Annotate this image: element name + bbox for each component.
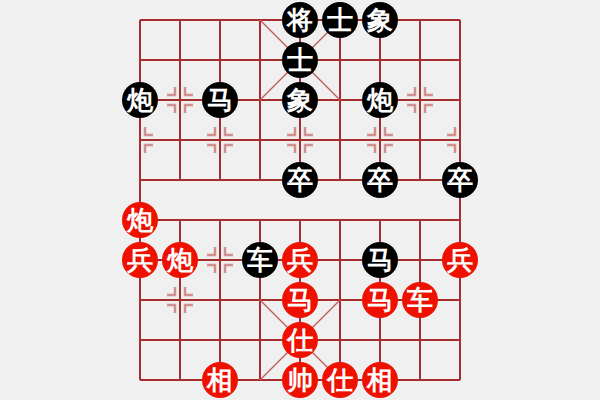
piece-black-elephant[interactable]: 象 xyxy=(362,2,398,38)
piece-black-advisor[interactable]: 士 xyxy=(282,42,318,78)
piece-black-chariot[interactable]: 车 xyxy=(242,242,278,278)
piece-red-cannon[interactable]: 炮 xyxy=(162,242,198,278)
piece-red-soldier[interactable]: 兵 xyxy=(122,242,158,278)
piece-red-advisor[interactable]: 仕 xyxy=(282,322,318,358)
piece-black-advisor[interactable]: 士 xyxy=(322,2,358,38)
piece-red-advisor[interactable]: 仕 xyxy=(322,362,358,398)
piece-black-soldier[interactable]: 卒 xyxy=(362,162,398,198)
piece-black-horse[interactable]: 马 xyxy=(202,82,238,118)
piece-red-soldier[interactable]: 兵 xyxy=(442,242,478,278)
piece-red-horse[interactable]: 马 xyxy=(282,282,318,318)
piece-black-soldier[interactable]: 卒 xyxy=(442,162,478,198)
piece-black-cannon[interactable]: 炮 xyxy=(122,82,158,118)
piece-red-horse[interactable]: 马 xyxy=(362,282,398,318)
pieces-layer: 将士象士炮马象炮卒卒卒炮兵炮车兵马兵马马车仕相帅仕相 xyxy=(0,0,600,400)
piece-red-general[interactable]: 帅 xyxy=(282,362,318,398)
piece-red-chariot[interactable]: 车 xyxy=(402,282,438,318)
piece-red-soldier[interactable]: 兵 xyxy=(282,242,318,278)
piece-black-cannon[interactable]: 炮 xyxy=(362,82,398,118)
piece-red-cannon[interactable]: 炮 xyxy=(122,202,158,238)
piece-black-general[interactable]: 将 xyxy=(282,2,318,38)
piece-black-soldier[interactable]: 卒 xyxy=(282,162,318,198)
xiangqi-board-screen: 将士象士炮马象炮卒卒卒炮兵炮车兵马兵马马车仕相帅仕相 xyxy=(0,0,600,400)
piece-black-horse[interactable]: 马 xyxy=(362,242,398,278)
piece-black-elephant[interactable]: 象 xyxy=(282,82,318,118)
piece-red-elephant[interactable]: 相 xyxy=(202,362,238,398)
piece-red-elephant[interactable]: 相 xyxy=(362,362,398,398)
